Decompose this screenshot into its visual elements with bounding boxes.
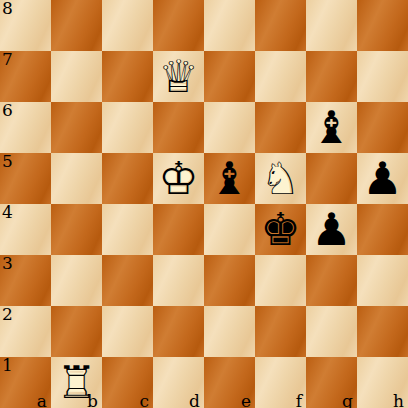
square-b3[interactable] — [51, 255, 102, 306]
square-a7[interactable]: 7 — [0, 51, 51, 102]
file-label-e: e — [241, 391, 251, 408]
rank-label-2: 2 — [2, 306, 13, 324]
rank-label-6: 6 — [2, 102, 13, 120]
square-g7[interactable] — [306, 51, 357, 102]
square-c5[interactable] — [102, 153, 153, 204]
piece-black-king[interactable]: ♚ — [255, 204, 306, 255]
rank-label-8: 8 — [2, 0, 13, 18]
square-a6[interactable]: 6 — [0, 102, 51, 153]
file-label-h: h — [393, 391, 404, 408]
square-e4[interactable] — [204, 204, 255, 255]
rank-label-7: 7 — [2, 51, 13, 69]
square-f1[interactable]: f — [255, 357, 306, 408]
file-label-a: a — [37, 391, 47, 408]
square-f5[interactable]: ♞♘ — [255, 153, 306, 204]
square-b1[interactable]: b♜♖ — [51, 357, 102, 408]
square-h1[interactable]: h — [357, 357, 408, 408]
square-d6[interactable] — [153, 102, 204, 153]
square-a5[interactable]: 5 — [0, 153, 51, 204]
square-a2[interactable]: 2 — [0, 306, 51, 357]
square-g8[interactable] — [306, 0, 357, 51]
square-b8[interactable] — [51, 0, 102, 51]
square-c1[interactable]: c — [102, 357, 153, 408]
square-h7[interactable] — [357, 51, 408, 102]
square-g1[interactable]: g — [306, 357, 357, 408]
piece-white-king[interactable]: ♔ — [153, 153, 204, 204]
square-c3[interactable] — [102, 255, 153, 306]
rank-label-1: 1 — [2, 357, 13, 375]
square-c2[interactable] — [102, 306, 153, 357]
square-d7[interactable]: ♛♕ — [153, 51, 204, 102]
square-d5[interactable]: ♚♔ — [153, 153, 204, 204]
square-f2[interactable] — [255, 306, 306, 357]
square-e6[interactable] — [204, 102, 255, 153]
square-d2[interactable] — [153, 306, 204, 357]
square-a3[interactable]: 3 — [0, 255, 51, 306]
square-e1[interactable]: e — [204, 357, 255, 408]
file-label-g: g — [342, 391, 353, 408]
rank-label-3: 3 — [2, 255, 13, 273]
square-b5[interactable] — [51, 153, 102, 204]
square-c7[interactable] — [102, 51, 153, 102]
file-label-d: d — [189, 391, 200, 408]
square-c6[interactable] — [102, 102, 153, 153]
square-h5[interactable]: ♟ — [357, 153, 408, 204]
square-b7[interactable] — [51, 51, 102, 102]
square-e5[interactable]: ♝ — [204, 153, 255, 204]
square-c8[interactable] — [102, 0, 153, 51]
square-g6[interactable]: ♝ — [306, 102, 357, 153]
square-c4[interactable] — [102, 204, 153, 255]
rank-label-4: 4 — [2, 204, 13, 222]
square-g2[interactable] — [306, 306, 357, 357]
square-d1[interactable]: d — [153, 357, 204, 408]
square-d3[interactable] — [153, 255, 204, 306]
square-h8[interactable] — [357, 0, 408, 51]
square-b6[interactable] — [51, 102, 102, 153]
square-e2[interactable] — [204, 306, 255, 357]
square-e7[interactable] — [204, 51, 255, 102]
square-a8[interactable]: 8 — [0, 0, 51, 51]
file-label-c: c — [139, 391, 149, 408]
piece-white-queen[interactable]: ♕ — [153, 51, 204, 102]
square-g3[interactable] — [306, 255, 357, 306]
square-d4[interactable] — [153, 204, 204, 255]
square-b2[interactable] — [51, 306, 102, 357]
file-label-b: b — [87, 391, 98, 408]
piece-black-pawn[interactable]: ♟ — [357, 153, 408, 204]
square-d8[interactable] — [153, 0, 204, 51]
piece-black-pawn[interactable]: ♟ — [306, 204, 357, 255]
square-g4[interactable]: ♟ — [306, 204, 357, 255]
square-a1[interactable]: 1a — [0, 357, 51, 408]
square-h2[interactable] — [357, 306, 408, 357]
piece-black-bishop[interactable]: ♝ — [204, 153, 255, 204]
square-e3[interactable] — [204, 255, 255, 306]
piece-black-bishop[interactable]: ♝ — [306, 102, 357, 153]
square-f6[interactable] — [255, 102, 306, 153]
square-e8[interactable] — [204, 0, 255, 51]
square-f4[interactable]: ♚ — [255, 204, 306, 255]
rank-label-5: 5 — [2, 153, 13, 171]
piece-white-knight[interactable]: ♘ — [255, 153, 306, 204]
square-f8[interactable] — [255, 0, 306, 51]
square-f3[interactable] — [255, 255, 306, 306]
square-g5[interactable] — [306, 153, 357, 204]
square-h6[interactable] — [357, 102, 408, 153]
square-a4[interactable]: 4 — [0, 204, 51, 255]
file-label-f: f — [296, 391, 302, 408]
square-f7[interactable] — [255, 51, 306, 102]
chess-board: 87♛♕6♝5♚♔♝♞♘♟4♚♟321ab♜♖cdefgh — [0, 0, 408, 408]
square-h3[interactable] — [357, 255, 408, 306]
square-h4[interactable] — [357, 204, 408, 255]
square-b4[interactable] — [51, 204, 102, 255]
